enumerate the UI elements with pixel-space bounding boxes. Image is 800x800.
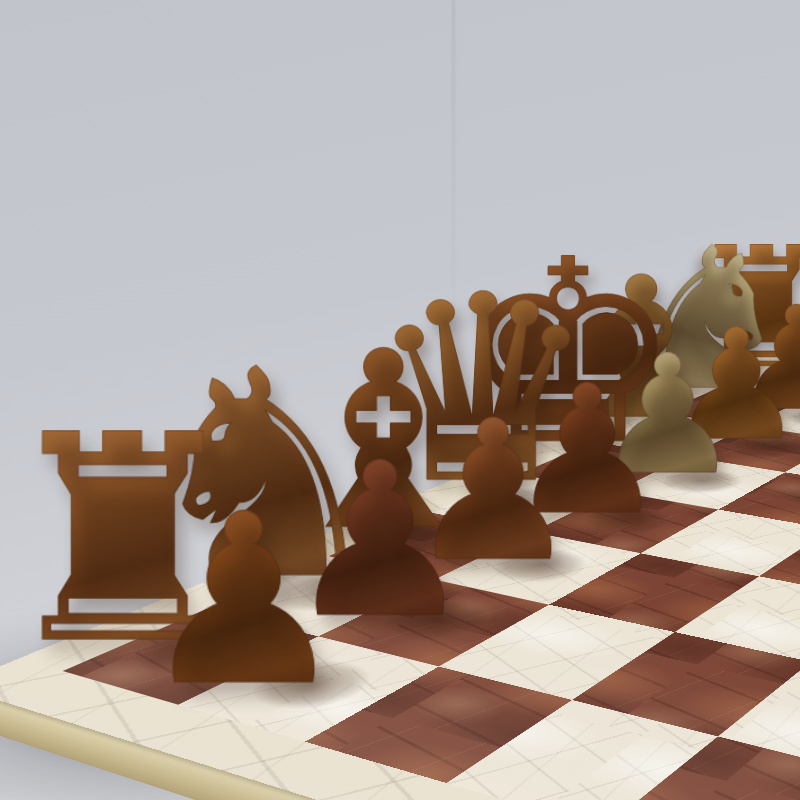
photo-scene: ♜♟♞♟♝♟♚♟♛♟♝♟♞♟♜♟	[0, 0, 800, 800]
chess-piece-pawn-a2: ♟	[139, 484, 349, 718]
board-squares-grid: ♜♟♞♟♝♟♚♟♛♟♝♟♞♟♜♟	[63, 366, 800, 800]
chess-board: ♜♟♞♟♝♟♚♟♛♟♝♟♞♟♜♟	[0, 353, 800, 800]
